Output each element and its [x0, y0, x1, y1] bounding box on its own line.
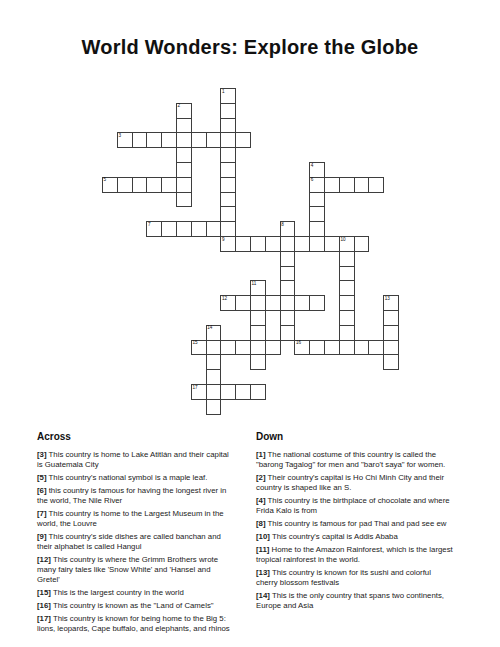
clue-text: The national costume of this country is … — [256, 450, 445, 469]
clue: [3] This country is home to Lake Atitlán… — [37, 450, 249, 470]
grid-cell — [309, 236, 325, 252]
across-header: Across — [37, 431, 249, 442]
clue: [6] this country is famous for having th… — [37, 486, 249, 506]
clue-number-label: [8] — [256, 519, 266, 528]
clue-number: 17 — [192, 386, 197, 391]
grid-cell — [220, 340, 236, 356]
clue: [4] This country is the birthplace of ch… — [256, 496, 470, 516]
grid-cell — [235, 295, 251, 311]
grid-cell — [132, 177, 148, 193]
clue-text: this country is famous for having the lo… — [37, 486, 226, 505]
grid-cell — [117, 177, 133, 193]
clue-number-label: [13] — [256, 568, 270, 577]
grid-cell — [250, 236, 266, 252]
grid-cell — [206, 132, 222, 148]
grid-cell — [176, 192, 192, 208]
clue-number: 13 — [385, 297, 390, 302]
clue-number: 10 — [340, 238, 345, 243]
clue-number: 16 — [296, 341, 301, 346]
grid-cell — [235, 132, 251, 148]
grid-cell — [339, 340, 355, 356]
clue-number-label: [14] — [256, 591, 270, 600]
grid-cell — [324, 236, 340, 252]
clue-number-label: [17] — [37, 614, 51, 623]
grid-cell — [280, 280, 296, 296]
clue-number-label: [16] — [37, 601, 51, 610]
grid-cell — [280, 266, 296, 282]
clue-text: This country is where the Grimm Brothers… — [37, 555, 218, 584]
grid-cell — [280, 236, 296, 252]
down-header: Down — [256, 431, 470, 442]
grid-cell — [339, 295, 355, 311]
grid-cell — [176, 177, 192, 193]
clue: [9] This country's side dishes are calle… — [37, 532, 249, 552]
grid-cell — [176, 132, 192, 148]
grid-cell — [250, 354, 266, 370]
grid-cell — [250, 340, 266, 356]
clue-text: This country is known as the "Land of Ca… — [51, 601, 214, 610]
clue: [8] This country is famous for pad Thai … — [256, 519, 470, 529]
clue-number: 3 — [118, 134, 121, 139]
grid-cell — [309, 206, 325, 222]
grid-cell — [132, 132, 148, 148]
clue: [7] This country is home to the Largest … — [37, 509, 249, 529]
clue-text: This country is known for being home to … — [37, 614, 230, 633]
clue-number-label: [4] — [256, 496, 266, 505]
down-clues-section: Down [1] The national costume of this co… — [256, 431, 470, 614]
clue: [1] The national costume of this country… — [256, 450, 470, 470]
grid-cell — [250, 310, 266, 326]
clue-text: This is the largest country in the world — [51, 588, 184, 597]
grid-cell — [235, 340, 251, 356]
clue-text: Home to the Amazon Rainforest, which is … — [256, 545, 453, 564]
grid-cell — [206, 340, 222, 356]
grid-cell — [354, 340, 370, 356]
grid-cell — [146, 177, 162, 193]
clue-text: Their country's capital is Ho Chi Minh C… — [256, 473, 444, 492]
grid-cell — [250, 325, 266, 341]
grid-cell — [368, 177, 384, 193]
clue-text: This country is home to the Largest Muse… — [37, 509, 224, 528]
grid-cell — [309, 340, 325, 356]
clue-number: 7 — [148, 223, 151, 228]
grid-cell — [176, 147, 192, 163]
grid-cell — [324, 177, 340, 193]
clue: [5] This country's national symbol is a … — [37, 473, 249, 483]
clue-number: 12 — [222, 297, 227, 302]
clue-number: 6 — [311, 178, 314, 183]
grid-cell — [250, 295, 266, 311]
clue-number: 14 — [207, 326, 212, 331]
clue-number-label: [6] — [37, 486, 47, 495]
clue-number: 8 — [281, 223, 284, 228]
grid-cell — [309, 221, 325, 237]
grid-cell — [235, 236, 251, 252]
grid-cell — [176, 162, 192, 178]
grid-cell — [220, 177, 236, 193]
grid-cell — [309, 295, 325, 311]
clue-number: 11 — [252, 282, 257, 287]
grid-cell — [176, 221, 192, 237]
grid-cell — [280, 295, 296, 311]
grid-cell — [265, 236, 281, 252]
clue: [17] This country is known for being hom… — [37, 614, 249, 634]
grid-cell — [294, 295, 310, 311]
clue-number-label: [2] — [256, 473, 266, 482]
grid-cell — [280, 251, 296, 267]
grid-cell — [383, 325, 399, 341]
puzzle-title: World Wonders: Explore the Globe — [0, 36, 500, 59]
grid-cell — [265, 295, 281, 311]
clue-number-label: [5] — [37, 473, 47, 482]
crossword-page: World Wonders: Explore the Globe 1234567… — [0, 0, 500, 647]
clue: [10] This country's capital is Addis Aba… — [256, 532, 470, 542]
grid-cell — [220, 118, 236, 134]
grid-cell — [220, 384, 236, 400]
grid-cell — [206, 399, 222, 415]
clue-number-label: [7] — [37, 509, 47, 518]
clue-number-label: [9] — [37, 532, 47, 541]
clue: [13] This country is known for its sushi… — [256, 568, 470, 588]
clue-number-label: [15] — [37, 588, 51, 597]
grid-cell — [383, 310, 399, 326]
grid-cell — [146, 132, 162, 148]
crossword-grid: 1234567891011121314151617 — [102, 88, 399, 415]
grid-cell — [161, 221, 177, 237]
clue-number-label: [3] — [37, 450, 47, 459]
grid-cell — [191, 132, 207, 148]
clue: [15] This is the largest country in the … — [37, 588, 249, 598]
grid-cell — [265, 340, 281, 356]
grid-cell — [368, 340, 384, 356]
clue-text: This country is home to Lake Atitlán and… — [37, 450, 229, 469]
grid-cell — [250, 384, 266, 400]
grid-cell — [354, 236, 370, 252]
grid-cell — [339, 310, 355, 326]
clue-text: This country is known for its sushi and … — [256, 568, 431, 587]
grid-cell — [383, 354, 399, 370]
clue-number-label: [10] — [256, 532, 270, 541]
grid-cell — [294, 236, 310, 252]
grid-cell — [309, 192, 325, 208]
across-clue-list: [3] This country is home to Lake Atitlán… — [37, 450, 249, 634]
grid-cell — [220, 132, 236, 148]
clue-number: 2 — [178, 104, 181, 109]
grid-cell — [161, 177, 177, 193]
clue: [16] This country is known as the "Land … — [37, 601, 249, 611]
clue-number: 15 — [192, 341, 197, 346]
clue-text: This is the only country that spans two … — [256, 591, 444, 610]
grid-cell — [176, 118, 192, 134]
grid-cell — [206, 221, 222, 237]
across-clues-section: Across [3] This country is home to Lake … — [37, 431, 249, 637]
clue-text: This country's side dishes are called ba… — [37, 532, 221, 551]
clue-text: This country is the birthplace of chocol… — [256, 496, 450, 515]
grid-cell — [339, 177, 355, 193]
grid-cell — [339, 280, 355, 296]
grid-cell — [206, 354, 222, 370]
grid-cell — [220, 162, 236, 178]
grid-cell — [339, 251, 355, 267]
grid-cell — [280, 310, 296, 326]
grid-cell — [339, 325, 355, 341]
clue: [11] Home to the Amazon Rainforest, whic… — [256, 545, 470, 565]
grid-cell — [220, 147, 236, 163]
grid-cell — [206, 369, 222, 385]
grid-cell — [220, 221, 236, 237]
clue: [2] Their country's capital is Ho Chi Mi… — [256, 473, 470, 493]
clue-number: 5 — [104, 178, 107, 183]
grid-cell — [324, 340, 340, 356]
clue-number: 4 — [311, 164, 314, 169]
clue: [12] This country is where the Grimm Bro… — [37, 555, 249, 585]
grid-cell — [383, 340, 399, 356]
clue-text: This country is famous for pad Thai and … — [266, 519, 447, 528]
grid-cell — [235, 384, 251, 400]
clue-text: This country's capital is Addis Ababa — [270, 532, 398, 541]
clue-number-label: [1] — [256, 450, 266, 459]
grid-cell — [220, 206, 236, 222]
clue-number-label: [12] — [37, 555, 51, 564]
grid-cell — [354, 177, 370, 193]
grid-cell — [280, 325, 296, 341]
clue-number: 9 — [222, 238, 225, 243]
grid-cell — [220, 103, 236, 119]
clue-text: This country's national symbol is a mapl… — [47, 473, 208, 482]
clue-number-label: [11] — [256, 545, 269, 554]
grid-cell — [339, 266, 355, 282]
clue-number: 1 — [222, 90, 225, 95]
grid-cell — [191, 221, 207, 237]
down-clue-list: [1] The national costume of this country… — [256, 450, 470, 611]
clue: [14] This is the only country that spans… — [256, 591, 470, 611]
grid-cell — [161, 132, 177, 148]
grid-cell — [220, 192, 236, 208]
grid-cell — [206, 384, 222, 400]
